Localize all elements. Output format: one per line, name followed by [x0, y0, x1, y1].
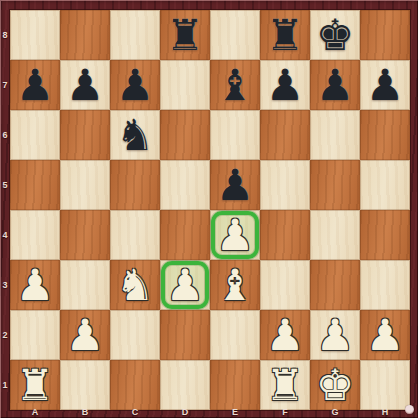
square-h6[interactable]: [360, 110, 410, 160]
square-d4[interactable]: [160, 210, 210, 260]
square-a4[interactable]: [10, 210, 60, 260]
square-f8[interactable]: ♜: [260, 10, 310, 60]
black-pawn[interactable]: ♟: [66, 60, 105, 110]
white-pawn[interactable]: ♟: [316, 310, 355, 360]
square-b2[interactable]: ♟: [60, 310, 110, 360]
square-e6[interactable]: [210, 110, 260, 160]
file-label-e: E: [210, 407, 260, 418]
square-c1[interactable]: [110, 360, 160, 410]
black-rook[interactable]: ♜: [266, 10, 305, 60]
square-b8[interactable]: [60, 10, 110, 60]
black-pawn[interactable]: ♟: [266, 60, 305, 110]
black-rook[interactable]: ♜: [166, 10, 205, 60]
square-h5[interactable]: [360, 160, 410, 210]
square-d7[interactable]: [160, 60, 210, 110]
black-pawn[interactable]: ♟: [316, 60, 355, 110]
square-c8[interactable]: [110, 10, 160, 60]
white-bishop[interactable]: ♝: [216, 260, 255, 310]
black-knight[interactable]: ♞: [116, 110, 155, 160]
file-label-d: D: [160, 407, 210, 418]
square-e5[interactable]: ♟: [210, 160, 260, 210]
square-b1[interactable]: [60, 360, 110, 410]
square-e2[interactable]: [210, 310, 260, 360]
square-d8[interactable]: ♜: [160, 10, 210, 60]
square-c2[interactable]: [110, 310, 160, 360]
square-a3[interactable]: ♟: [10, 260, 60, 310]
square-g1[interactable]: ♚: [310, 360, 360, 410]
square-d5[interactable]: [160, 160, 210, 210]
chess-board: ♜♜♚♟♟♟♝♟♟♟♞♟♟♟♞♟♝♟♟♟♟♜♜♚: [10, 10, 410, 410]
square-e8[interactable]: [210, 10, 260, 60]
square-h2[interactable]: ♟: [360, 310, 410, 360]
rank-label-8: 8: [0, 10, 10, 60]
black-bishop[interactable]: ♝: [216, 60, 255, 110]
square-b3[interactable]: [60, 260, 110, 310]
square-d1[interactable]: [160, 360, 210, 410]
square-d6[interactable]: [160, 110, 210, 160]
white-king[interactable]: ♚: [316, 360, 355, 410]
black-pawn[interactable]: ♟: [116, 60, 155, 110]
square-a1[interactable]: ♜: [10, 360, 60, 410]
white-pawn[interactable]: ♟: [266, 310, 305, 360]
square-e4[interactable]: ♟: [210, 210, 260, 260]
square-h7[interactable]: ♟: [360, 60, 410, 110]
rank-label-3: 3: [0, 260, 10, 310]
square-g2[interactable]: ♟: [310, 310, 360, 360]
square-a5[interactable]: [10, 160, 60, 210]
black-pawn[interactable]: ♟: [16, 60, 55, 110]
square-g7[interactable]: ♟: [310, 60, 360, 110]
square-f6[interactable]: [260, 110, 310, 160]
square-h4[interactable]: [360, 210, 410, 260]
square-f1[interactable]: ♜: [260, 360, 310, 410]
square-b7[interactable]: ♟: [60, 60, 110, 110]
square-f4[interactable]: [260, 210, 310, 260]
square-g5[interactable]: [310, 160, 360, 210]
square-d3[interactable]: ♟: [160, 260, 210, 310]
square-g6[interactable]: [310, 110, 360, 160]
rank-labels: 87654321: [0, 10, 10, 410]
square-b6[interactable]: [60, 110, 110, 160]
file-label-h: H: [360, 407, 410, 418]
white-pawn[interactable]: ♟: [166, 260, 205, 310]
square-c7[interactable]: ♟: [110, 60, 160, 110]
white-rook[interactable]: ♜: [16, 360, 55, 410]
square-a8[interactable]: [10, 10, 60, 60]
square-d2[interactable]: [160, 310, 210, 360]
square-c5[interactable]: [110, 160, 160, 210]
square-f2[interactable]: ♟: [260, 310, 310, 360]
rank-label-6: 6: [0, 110, 10, 160]
side-to-move-indicator: [405, 405, 414, 414]
square-h3[interactable]: [360, 260, 410, 310]
square-h8[interactable]: [360, 10, 410, 60]
square-a6[interactable]: [10, 110, 60, 160]
square-h1[interactable]: [360, 360, 410, 410]
square-b5[interactable]: [60, 160, 110, 210]
square-a2[interactable]: [10, 310, 60, 360]
square-e1[interactable]: [210, 360, 260, 410]
rank-label-2: 2: [0, 310, 10, 360]
white-rook[interactable]: ♜: [266, 360, 305, 410]
square-c6[interactable]: ♞: [110, 110, 160, 160]
white-pawn[interactable]: ♟: [16, 260, 55, 310]
square-g3[interactable]: [310, 260, 360, 310]
black-pawn[interactable]: ♟: [366, 60, 405, 110]
square-g4[interactable]: [310, 210, 360, 260]
rank-label-4: 4: [0, 210, 10, 260]
white-knight[interactable]: ♞: [116, 260, 155, 310]
square-f7[interactable]: ♟: [260, 60, 310, 110]
rank-label-5: 5: [0, 160, 10, 210]
square-e3[interactable]: ♝: [210, 260, 260, 310]
square-f5[interactable]: [260, 160, 310, 210]
rank-label-7: 7: [0, 60, 10, 110]
white-pawn[interactable]: ♟: [66, 310, 105, 360]
white-pawn[interactable]: ♟: [216, 210, 255, 260]
square-c4[interactable]: [110, 210, 160, 260]
square-f3[interactable]: [260, 260, 310, 310]
white-pawn[interactable]: ♟: [366, 310, 405, 360]
file-label-b: B: [60, 407, 110, 418]
square-c3[interactable]: ♞: [110, 260, 160, 310]
square-e7[interactable]: ♝: [210, 60, 260, 110]
square-g8[interactable]: ♚: [310, 10, 360, 60]
black-king[interactable]: ♚: [316, 10, 355, 60]
rank-label-1: 1: [0, 360, 10, 410]
square-a7[interactable]: ♟: [10, 60, 60, 110]
square-b4[interactable]: [60, 210, 110, 260]
file-label-c: C: [110, 407, 160, 418]
black-pawn[interactable]: ♟: [216, 160, 255, 210]
chess-board-frame: ♜♜♚♟♟♟♝♟♟♟♞♟♟♟♞♟♝♟♟♟♟♜♜♚ 87654321 ABCDEF…: [0, 0, 418, 418]
